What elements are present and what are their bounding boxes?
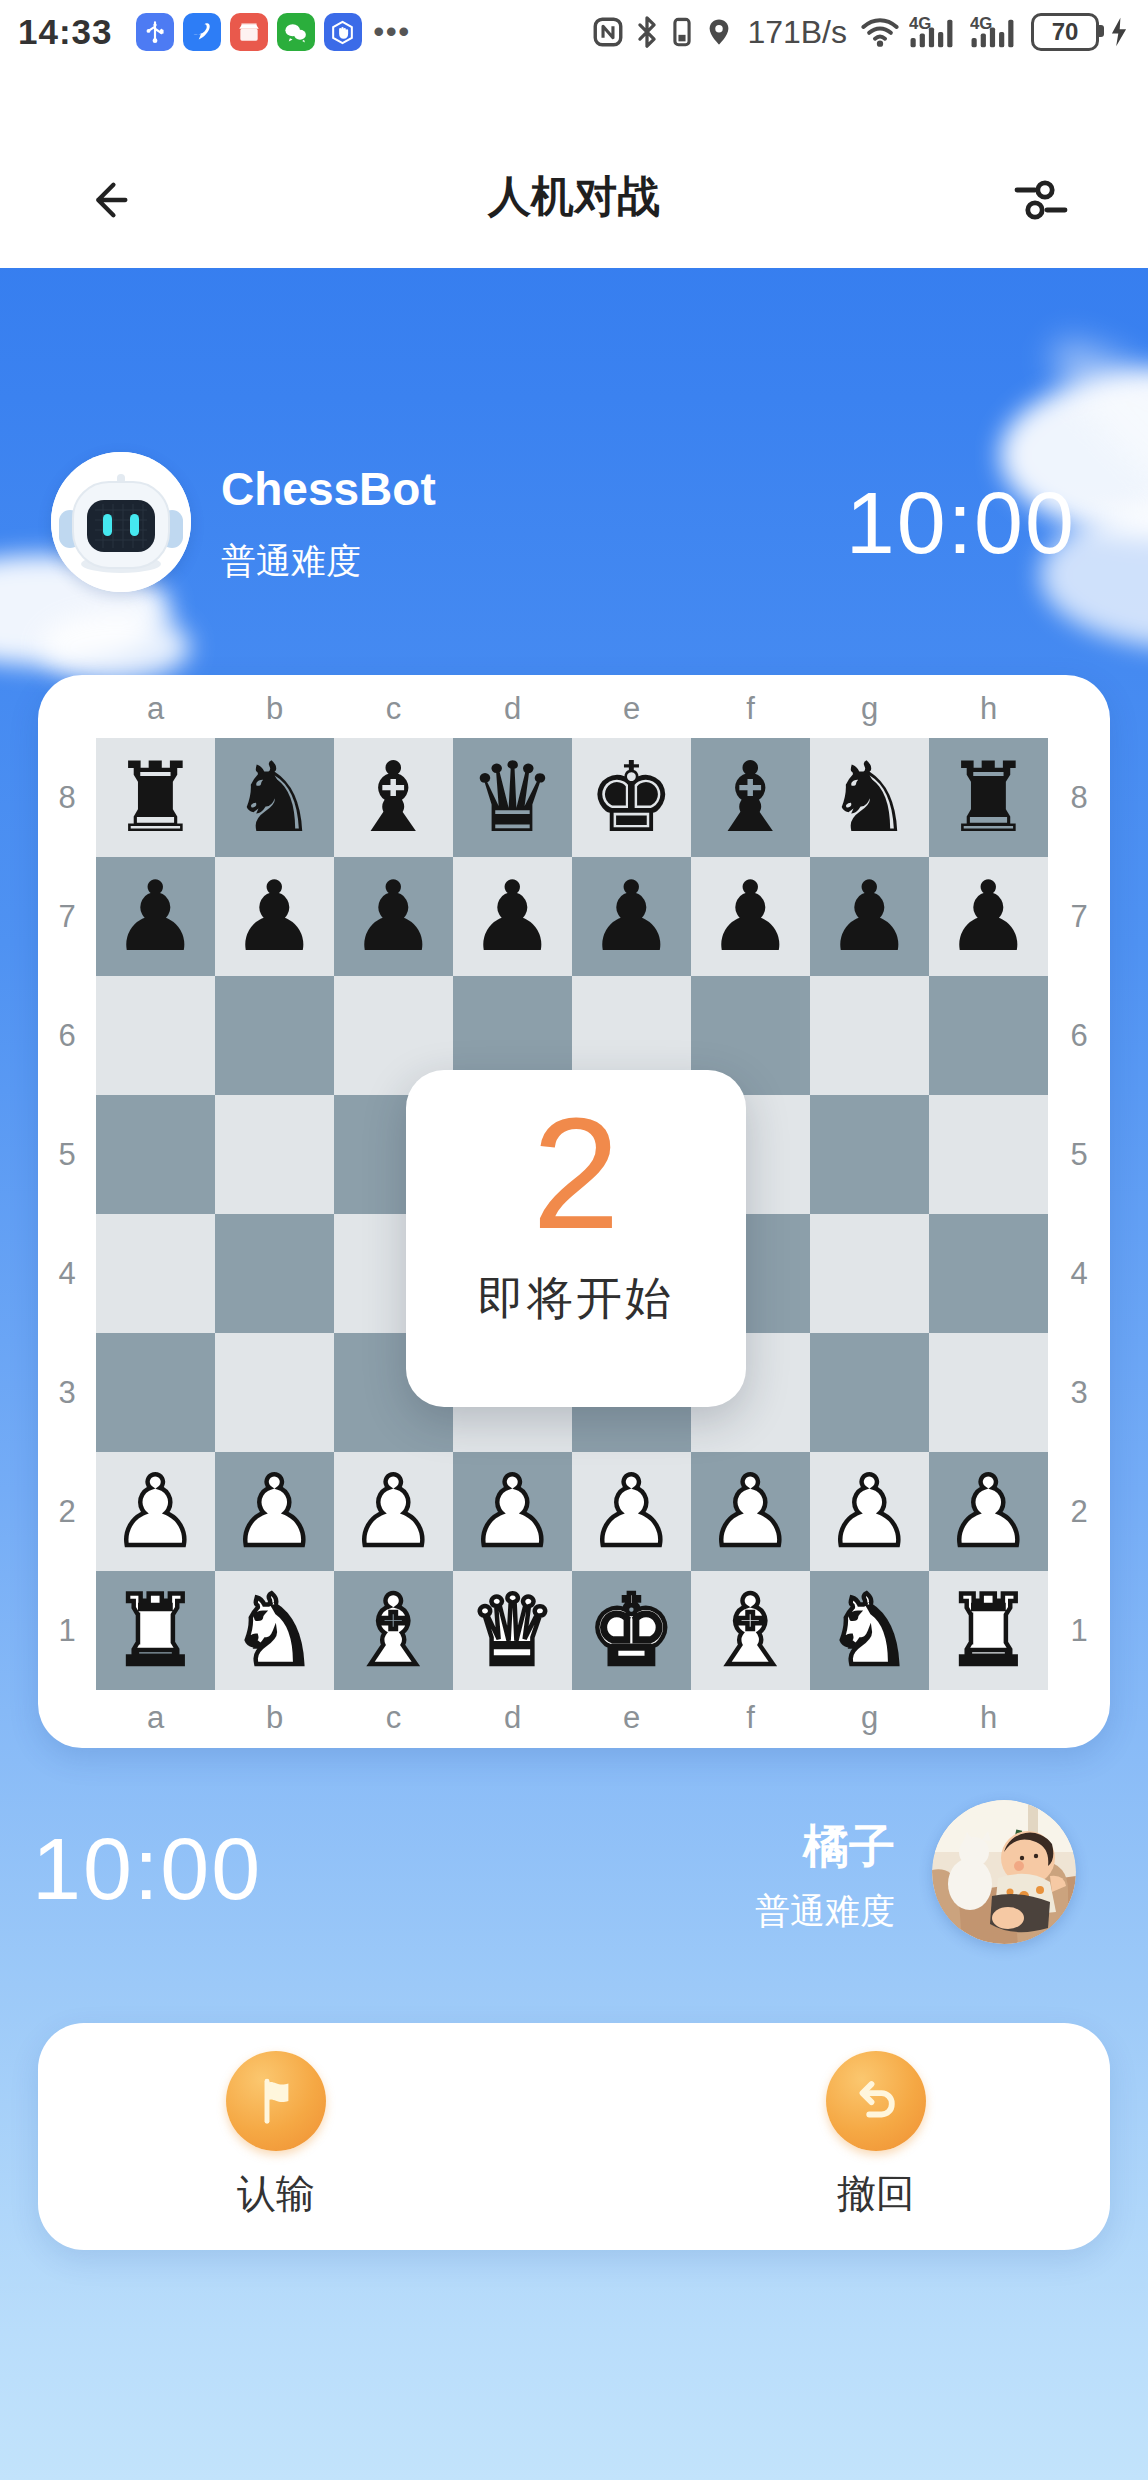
square-c1[interactable]: ♝ <box>334 1571 453 1690</box>
flag-icon <box>249 2074 303 2128</box>
privacy-icon <box>324 13 362 51</box>
resign-button[interactable]: 认输 <box>176 2023 376 2250</box>
square-h4[interactable] <box>929 1214 1048 1333</box>
white-pawn: ♟ <box>945 1452 1032 1571</box>
rank-labels-right: 87654321 <box>1048 738 1110 1690</box>
file-label-b: b <box>215 681 334 737</box>
signal-4g-icon: 4G <box>970 13 1022 51</box>
white-king: ♚ <box>588 1571 675 1690</box>
rank-label-1: 1 <box>38 1571 96 1690</box>
black-pawn: ♟ <box>469 857 556 976</box>
action-bar: 认输 撤回 <box>38 2023 1110 2250</box>
square-c8[interactable]: ♝ <box>334 738 453 857</box>
square-g2[interactable]: ♟ <box>810 1452 929 1571</box>
page-title: 人机对战 <box>0 168 1148 226</box>
square-b7[interactable]: ♟ <box>215 857 334 976</box>
black-rook: ♜ <box>945 738 1032 857</box>
white-pawn: ♟ <box>231 1452 318 1571</box>
black-rook: ♜ <box>112 738 199 857</box>
player-clock: 10:00 <box>32 1818 262 1920</box>
opponent-name: ChessBot <box>221 462 436 516</box>
usb-icon <box>136 13 174 51</box>
black-pawn: ♟ <box>231 857 318 976</box>
file-label-e: e <box>572 681 691 737</box>
file-label-d: d <box>453 1690 572 1746</box>
rank-label-3: 3 <box>1048 1333 1110 1452</box>
black-bishop: ♝ <box>707 738 794 857</box>
square-c2[interactable]: ♟ <box>334 1452 453 1571</box>
square-d8[interactable]: ♛ <box>453 738 572 857</box>
file-label-h: h <box>929 1690 1048 1746</box>
square-a1[interactable]: ♜ <box>96 1571 215 1690</box>
rank-label-2: 2 <box>1048 1452 1110 1571</box>
player-avatar-illustration <box>932 1800 1076 1944</box>
file-labels-top: abcdefgh <box>96 681 1048 737</box>
black-pawn: ♟ <box>826 857 913 976</box>
white-queen: ♛ <box>469 1571 556 1690</box>
app-screen: 14:33 ••• 171B/s <box>0 0 1148 2480</box>
signal-4g-icon: 4G <box>909 13 961 51</box>
bluetooth-icon <box>634 15 660 49</box>
black-pawn: ♟ <box>707 857 794 976</box>
square-h6[interactable] <box>929 976 1048 1095</box>
white-pawn: ♟ <box>588 1452 675 1571</box>
tune-icon <box>1013 174 1069 226</box>
settings-button[interactable] <box>1005 170 1077 230</box>
square-e1[interactable]: ♚ <box>572 1571 691 1690</box>
opponent-avatar <box>51 452 191 592</box>
square-g1[interactable]: ♞ <box>810 1571 929 1690</box>
countdown-card: 2 即将开始 <box>406 1070 746 1407</box>
opponent-clock: 10:00 <box>846 472 1076 574</box>
black-king: ♚ <box>588 738 675 857</box>
countdown-number: 2 <box>532 1088 620 1258</box>
square-a7[interactable]: ♟ <box>96 857 215 976</box>
square-f8[interactable]: ♝ <box>691 738 810 857</box>
undo-label: 撤回 <box>837 2167 915 2221</box>
battery-icon: 70 <box>1031 13 1099 51</box>
undo-icon <box>849 2074 903 2128</box>
rank-label-6: 6 <box>1048 976 1110 1095</box>
black-knight: ♞ <box>826 738 913 857</box>
square-h2[interactable]: ♟ <box>929 1452 1048 1571</box>
rank-label-6: 6 <box>38 976 96 1095</box>
square-a4[interactable] <box>96 1214 215 1333</box>
file-label-f: f <box>691 681 810 737</box>
file-label-g: g <box>810 681 929 737</box>
rank-label-2: 2 <box>38 1452 96 1571</box>
rank-label-4: 4 <box>38 1214 96 1333</box>
white-bishop: ♝ <box>350 1571 437 1690</box>
square-d7[interactable]: ♟ <box>453 857 572 976</box>
square-h3[interactable] <box>929 1333 1048 1452</box>
net-speed: 171B/s <box>747 14 847 51</box>
mail-icon <box>230 13 268 51</box>
undo-button[interactable]: 撤回 <box>776 2023 976 2250</box>
white-pawn: ♟ <box>707 1452 794 1571</box>
rank-label-1: 1 <box>1048 1571 1110 1690</box>
square-a2[interactable]: ♟ <box>96 1452 215 1571</box>
file-label-c: c <box>334 681 453 737</box>
file-labels-bottom: abcdefgh <box>96 1690 1048 1746</box>
player-name: 橘子 <box>803 1816 895 1878</box>
black-pawn: ♟ <box>588 857 675 976</box>
square-g5[interactable] <box>810 1095 929 1214</box>
wechat-icon <box>277 13 315 51</box>
square-d2[interactable]: ♟ <box>453 1452 572 1571</box>
svg-text:4G: 4G <box>909 14 931 33</box>
charging-icon <box>1108 15 1130 49</box>
player-level: 普通难度 <box>755 1888 895 1935</box>
file-label-a: a <box>96 1690 215 1746</box>
wifi-icon <box>860 15 900 49</box>
square-e7[interactable]: ♟ <box>572 857 691 976</box>
white-knight: ♞ <box>231 1571 318 1690</box>
black-bishop: ♝ <box>350 738 437 857</box>
square-h5[interactable] <box>929 1095 1048 1214</box>
square-f7[interactable]: ♟ <box>691 857 810 976</box>
countdown-message: 即将开始 <box>478 1268 674 1330</box>
rank-label-5: 5 <box>1048 1095 1110 1214</box>
resign-circle <box>226 2051 326 2151</box>
file-label-c: c <box>334 1690 453 1746</box>
square-h7[interactable]: ♟ <box>929 857 1048 976</box>
status-system-icons: 171B/s 4G 4G 70 <box>591 13 1130 51</box>
status-bar: 14:33 ••• 171B/s <box>0 6 1148 58</box>
black-knight: ♞ <box>231 738 318 857</box>
nfc-icon <box>591 15 625 49</box>
black-pawn: ♟ <box>945 857 1032 976</box>
black-queen: ♛ <box>469 738 556 857</box>
square-a8[interactable]: ♜ <box>96 738 215 857</box>
square-b1[interactable]: ♞ <box>215 1571 334 1690</box>
undo-circle <box>826 2051 926 2151</box>
square-f2[interactable]: ♟ <box>691 1452 810 1571</box>
square-g7[interactable]: ♟ <box>810 857 929 976</box>
white-pawn: ♟ <box>826 1452 913 1571</box>
square-a3[interactable] <box>96 1333 215 1452</box>
vibrate-icon <box>669 15 695 49</box>
square-g4[interactable] <box>810 1214 929 1333</box>
more-apps-icon: ••• <box>374 15 412 49</box>
square-b3[interactable] <box>215 1333 334 1452</box>
square-b4[interactable] <box>215 1214 334 1333</box>
player-avatar <box>932 1800 1076 1944</box>
square-e8[interactable]: ♚ <box>572 738 691 857</box>
black-pawn: ♟ <box>112 857 199 976</box>
rank-labels-left: 87654321 <box>38 738 96 1690</box>
square-f1[interactable]: ♝ <box>691 1571 810 1690</box>
rank-label-7: 7 <box>1048 857 1110 976</box>
opponent-level: 普通难度 <box>221 538 361 585</box>
black-pawn: ♟ <box>350 857 437 976</box>
white-rook: ♜ <box>112 1571 199 1690</box>
square-b6[interactable] <box>215 976 334 1095</box>
resign-label: 认输 <box>237 2167 315 2221</box>
square-b5[interactable] <box>215 1095 334 1214</box>
rank-label-8: 8 <box>38 738 96 857</box>
square-g8[interactable]: ♞ <box>810 738 929 857</box>
square-b2[interactable]: ♟ <box>215 1452 334 1571</box>
file-label-f: f <box>691 1690 810 1746</box>
robot-avatar-icon <box>51 452 191 592</box>
status-time: 14:33 <box>18 12 113 52</box>
white-pawn: ♟ <box>469 1452 556 1571</box>
white-rook: ♜ <box>945 1571 1032 1690</box>
square-c7[interactable]: ♟ <box>334 857 453 976</box>
rank-label-8: 8 <box>1048 738 1110 857</box>
rank-label-3: 3 <box>38 1333 96 1452</box>
file-label-a: a <box>96 681 215 737</box>
location-icon <box>704 15 734 49</box>
rank-label-4: 4 <box>1048 1214 1110 1333</box>
white-knight: ♞ <box>826 1571 913 1690</box>
white-bishop: ♝ <box>707 1571 794 1690</box>
svg-text:4G: 4G <box>970 14 992 33</box>
rank-label-7: 7 <box>38 857 96 976</box>
file-label-b: b <box>215 1690 334 1746</box>
file-label-d: d <box>453 681 572 737</box>
battery-percent: 70 <box>1052 18 1079 46</box>
white-pawn: ♟ <box>350 1452 437 1571</box>
square-d1[interactable]: ♛ <box>453 1571 572 1690</box>
square-e2[interactable]: ♟ <box>572 1452 691 1571</box>
square-h1[interactable]: ♜ <box>929 1571 1048 1690</box>
square-a6[interactable] <box>96 976 215 1095</box>
dingtalk-icon <box>183 13 221 51</box>
file-label-h: h <box>929 681 1048 737</box>
file-label-g: g <box>810 1690 929 1746</box>
cloud <box>40 612 190 682</box>
square-a5[interactable] <box>96 1095 215 1214</box>
file-label-e: e <box>572 1690 691 1746</box>
nav-bar: 人机对战 <box>0 150 1148 250</box>
square-g6[interactable] <box>810 976 929 1095</box>
square-b8[interactable]: ♞ <box>215 738 334 857</box>
square-g3[interactable] <box>810 1333 929 1452</box>
white-pawn: ♟ <box>112 1452 199 1571</box>
header: 14:33 ••• 171B/s <box>0 0 1148 268</box>
square-h8[interactable]: ♜ <box>929 738 1048 857</box>
rank-label-5: 5 <box>38 1095 96 1214</box>
